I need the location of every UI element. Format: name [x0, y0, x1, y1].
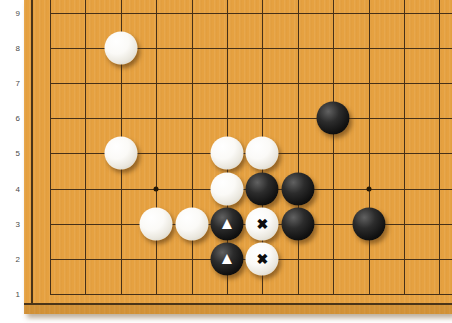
grid-line-vertical: [50, 0, 51, 294]
board-bottom-edge: [24, 303, 452, 305]
grid-line-vertical: [333, 0, 334, 294]
star-point: [154, 186, 159, 191]
white-stone[interactable]: [104, 137, 137, 170]
row-label-9: 9: [0, 9, 20, 18]
black-stone[interactable]: [246, 172, 279, 205]
black-stone[interactable]: [317, 102, 350, 135]
white-stone[interactable]: ✖: [246, 242, 279, 275]
grid-line-vertical: [439, 0, 440, 294]
white-stone[interactable]: [246, 137, 279, 170]
cross-mark: ✖: [257, 217, 269, 231]
black-stone[interactable]: ▲: [211, 207, 244, 240]
white-stone[interactable]: [211, 137, 244, 170]
row-label-3: 3: [0, 219, 20, 228]
white-stone[interactable]: [211, 172, 244, 205]
triangle-mark: ▲: [219, 249, 236, 266]
row-label-1: 1: [0, 289, 20, 298]
row-label-6: 6: [0, 114, 20, 123]
black-stone[interactable]: [352, 207, 385, 240]
grid-line-horizontal: [50, 294, 452, 295]
board-left-edge: [31, 0, 33, 305]
grid-line-vertical: [369, 0, 370, 294]
grid-line-horizontal: [50, 13, 452, 14]
grid-line-horizontal: [50, 118, 452, 119]
row-label-7: 7: [0, 79, 20, 88]
grid-line-vertical: [404, 0, 405, 294]
white-stone[interactable]: [104, 32, 137, 65]
grid-line-vertical: [298, 0, 299, 294]
white-stone[interactable]: ✖: [246, 207, 279, 240]
go-diagram: 987654321 ▲✖▲✖: [0, 0, 452, 323]
grid-line-vertical: [192, 0, 193, 294]
row-label-2: 2: [0, 254, 20, 263]
board-bottom-apron: [24, 305, 452, 314]
grid-line-horizontal: [50, 83, 452, 84]
black-stone[interactable]: [281, 172, 314, 205]
white-stone[interactable]: [175, 207, 208, 240]
grid-line-vertical: [156, 0, 157, 294]
star-point: [366, 186, 371, 191]
grid-line-vertical: [85, 0, 86, 294]
row-label-8: 8: [0, 44, 20, 53]
triangle-mark: ▲: [219, 214, 236, 231]
row-label-5: 5: [0, 149, 20, 158]
black-stone[interactable]: [281, 207, 314, 240]
cross-mark: ✖: [257, 252, 269, 266]
row-label-4: 4: [0, 184, 20, 193]
black-stone[interactable]: ▲: [211, 242, 244, 275]
white-stone[interactable]: [140, 207, 173, 240]
